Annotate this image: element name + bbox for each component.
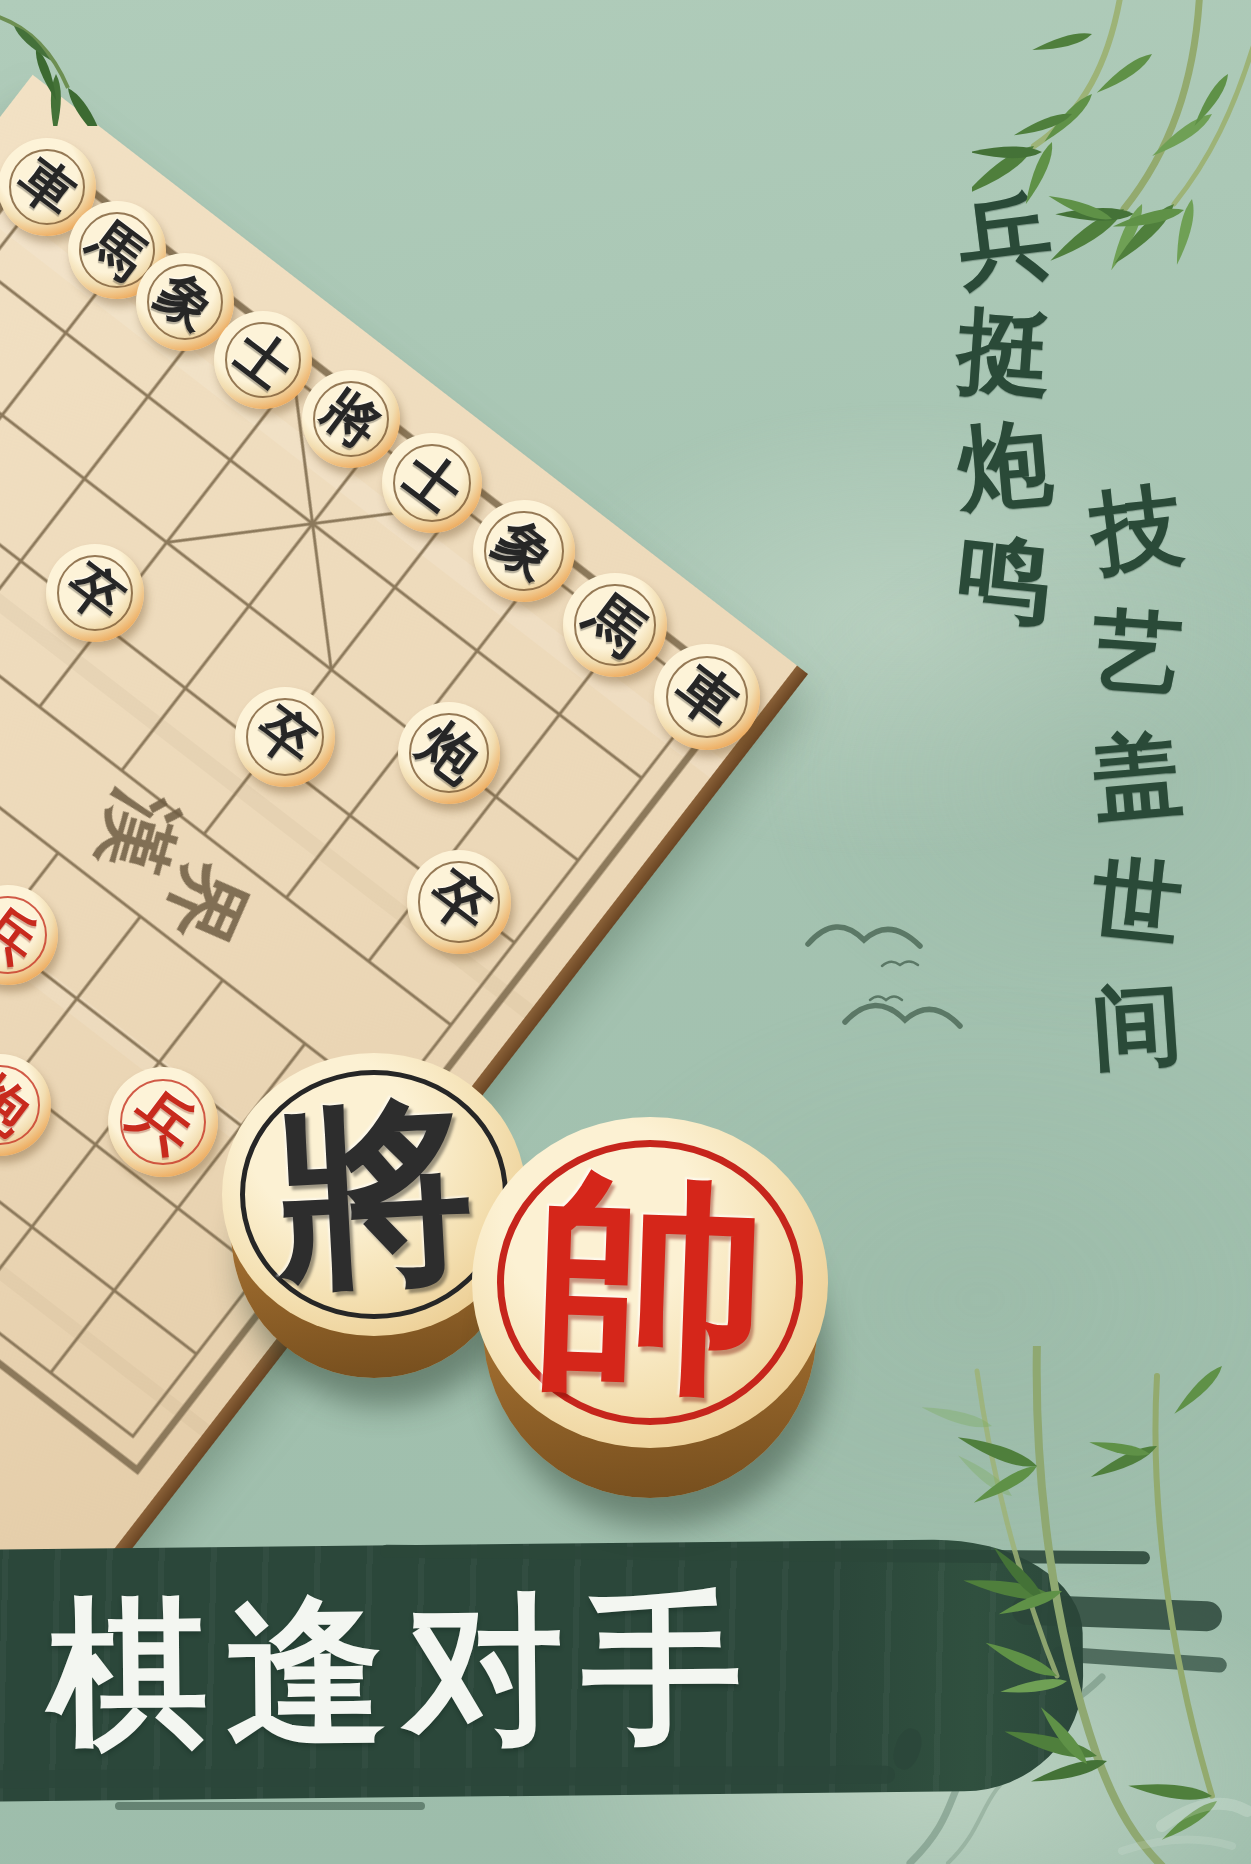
piece-character: 兵 xyxy=(0,889,52,981)
piece-character: 象 xyxy=(141,257,228,348)
slogan-character: 世 xyxy=(1086,834,1188,967)
slogan-character: 艺 xyxy=(1088,587,1186,717)
board-piece-black-車: 車 xyxy=(654,644,760,750)
board-piece-black-士: 士 xyxy=(382,433,482,533)
piece-character: 炮 xyxy=(0,1058,45,1152)
slogan-character: 挺 xyxy=(954,293,1056,412)
piece-face: 帥 xyxy=(472,1117,828,1448)
birds-icon xyxy=(790,900,1000,1060)
piece-character: 車 xyxy=(660,648,753,745)
board-piece-red-兵: 兵 xyxy=(108,1067,218,1177)
jiang-character: 將 xyxy=(270,1090,478,1298)
board-piece-black-象: 象 xyxy=(473,500,575,602)
board-piece-black-卒: 卒 xyxy=(407,850,511,954)
slogan-column-2: 技艺盖世间 xyxy=(1092,466,1182,1087)
slogan-column-1: 兵挺炮鸣 xyxy=(958,183,1052,634)
board-piece-black-馬: 馬 xyxy=(563,573,667,677)
piece-character: 士 xyxy=(219,315,306,406)
splash-screen: 漢 界 車馬象士將士象馬車卒卒炮卒兵炮兵 兵挺炮鸣 技艺盖世间 將 帥 xyxy=(0,0,1251,1864)
foreground-piece-shuai: 帥 xyxy=(472,1117,828,1473)
board-piece-black-卒: 卒 xyxy=(235,687,335,787)
board-piece-black-將: 將 xyxy=(302,370,400,468)
slogan-character: 盖 xyxy=(1087,711,1187,843)
slogan-character: 间 xyxy=(1088,960,1186,1090)
board-piece-black-卒: 卒 xyxy=(46,544,144,642)
board-piece-black-士: 士 xyxy=(214,311,312,409)
game-title: 棋逢对手 xyxy=(47,1583,760,1757)
board-piece-black-炮: 炮 xyxy=(398,702,500,804)
piece-character: 卒 xyxy=(413,854,505,950)
piece-character: 象 xyxy=(479,504,569,598)
shuai-character: 帥 xyxy=(530,1163,770,1403)
piece-character: 士 xyxy=(388,437,476,529)
piece-character: 卒 xyxy=(241,691,329,783)
piece-character: 兵 xyxy=(114,1071,212,1173)
brush-streak xyxy=(115,1802,425,1810)
slogan-character: 技 xyxy=(1085,461,1189,595)
piece-character: 將 xyxy=(307,374,394,465)
piece-character: 炮 xyxy=(404,706,494,800)
piece-character: 卒 xyxy=(51,548,138,639)
slogan-character: 鸣 xyxy=(952,517,1057,639)
slogan-character: 兵 xyxy=(951,178,1058,301)
slogan-character: 炮 xyxy=(953,405,1056,526)
piece-character: 馬 xyxy=(569,577,661,673)
